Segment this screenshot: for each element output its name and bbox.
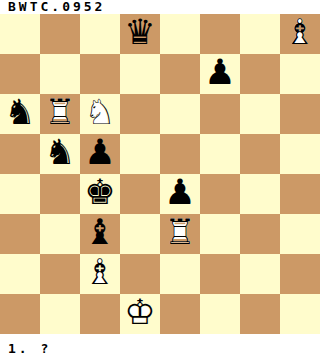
move-prompt: 1. ?: [0, 334, 320, 360]
piece-white-rook[interactable]: ♜♖: [40, 94, 80, 134]
piece-black-pawn[interactable]: ♟: [160, 174, 200, 214]
square-d8[interactable]: ♛: [120, 14, 160, 54]
square-c5[interactable]: ♟: [80, 134, 120, 174]
piece-black-queen[interactable]: ♛: [120, 14, 160, 54]
square-h7[interactable]: [280, 54, 320, 94]
piece-black-pawn[interactable]: ♟: [80, 134, 120, 174]
square-b1[interactable]: [40, 294, 80, 334]
square-f4[interactable]: [200, 174, 240, 214]
square-c2[interactable]: ♝♗: [80, 254, 120, 294]
square-e4[interactable]: ♟: [160, 174, 200, 214]
piece-black-knight[interactable]: ♞: [40, 134, 80, 174]
piece-white-knight[interactable]: ♞♘: [80, 94, 120, 134]
square-g7[interactable]: [240, 54, 280, 94]
square-g2[interactable]: [240, 254, 280, 294]
square-c7[interactable]: [80, 54, 120, 94]
square-f8[interactable]: [200, 14, 240, 54]
square-a3[interactable]: [0, 214, 40, 254]
square-e8[interactable]: [160, 14, 200, 54]
square-d3[interactable]: [120, 214, 160, 254]
square-b2[interactable]: [40, 254, 80, 294]
square-c4[interactable]: ♚: [80, 174, 120, 214]
square-e6[interactable]: [160, 94, 200, 134]
square-c8[interactable]: [80, 14, 120, 54]
square-a6[interactable]: ♞: [0, 94, 40, 134]
square-a2[interactable]: [0, 254, 40, 294]
square-h4[interactable]: [280, 174, 320, 214]
square-e3[interactable]: ♜♖: [160, 214, 200, 254]
chess-board: ♛♝♗♟♞♜♖♞♘♞♟♚♟♝♜♖♝♗♚♔: [0, 14, 320, 334]
square-f3[interactable]: [200, 214, 240, 254]
square-d5[interactable]: [120, 134, 160, 174]
square-e1[interactable]: [160, 294, 200, 334]
square-a8[interactable]: [0, 14, 40, 54]
square-f6[interactable]: [200, 94, 240, 134]
square-e5[interactable]: [160, 134, 200, 174]
square-h8[interactable]: ♝♗: [280, 14, 320, 54]
square-b6[interactable]: ♜♖: [40, 94, 80, 134]
square-e7[interactable]: [160, 54, 200, 94]
piece-black-bishop[interactable]: ♝: [80, 214, 120, 254]
square-f2[interactable]: [200, 254, 240, 294]
square-d2[interactable]: [120, 254, 160, 294]
square-g1[interactable]: [240, 294, 280, 334]
square-h5[interactable]: [280, 134, 320, 174]
square-g5[interactable]: [240, 134, 280, 174]
square-b7[interactable]: [40, 54, 80, 94]
square-a1[interactable]: [0, 294, 40, 334]
square-f5[interactable]: [200, 134, 240, 174]
square-f1[interactable]: [200, 294, 240, 334]
square-a5[interactable]: [0, 134, 40, 174]
square-h2[interactable]: [280, 254, 320, 294]
square-d7[interactable]: [120, 54, 160, 94]
piece-black-pawn[interactable]: ♟: [200, 54, 240, 94]
piece-white-bishop[interactable]: ♝♗: [80, 254, 120, 294]
square-b4[interactable]: [40, 174, 80, 214]
square-c3[interactable]: ♝: [80, 214, 120, 254]
square-b5[interactable]: ♞: [40, 134, 80, 174]
piece-white-king[interactable]: ♚♔: [120, 294, 160, 334]
square-h1[interactable]: [280, 294, 320, 334]
square-e2[interactable]: [160, 254, 200, 294]
piece-white-bishop[interactable]: ♝♗: [280, 14, 320, 54]
square-c6[interactable]: ♞♘: [80, 94, 120, 134]
square-c1[interactable]: [80, 294, 120, 334]
piece-black-king[interactable]: ♚: [80, 174, 120, 214]
square-a4[interactable]: [0, 174, 40, 214]
square-a7[interactable]: [0, 54, 40, 94]
square-h3[interactable]: [280, 214, 320, 254]
square-b3[interactable]: [40, 214, 80, 254]
square-f7[interactable]: ♟: [200, 54, 240, 94]
square-g3[interactable]: [240, 214, 280, 254]
piece-white-rook[interactable]: ♜♖: [160, 214, 200, 254]
square-b8[interactable]: [40, 14, 80, 54]
square-g4[interactable]: [240, 174, 280, 214]
square-g8[interactable]: [240, 14, 280, 54]
puzzle-id: BWTC.0952: [0, 0, 320, 14]
square-d1[interactable]: ♚♔: [120, 294, 160, 334]
square-g6[interactable]: [240, 94, 280, 134]
square-h6[interactable]: [280, 94, 320, 134]
piece-black-knight[interactable]: ♞: [0, 94, 40, 134]
square-d4[interactable]: [120, 174, 160, 214]
square-d6[interactable]: [120, 94, 160, 134]
